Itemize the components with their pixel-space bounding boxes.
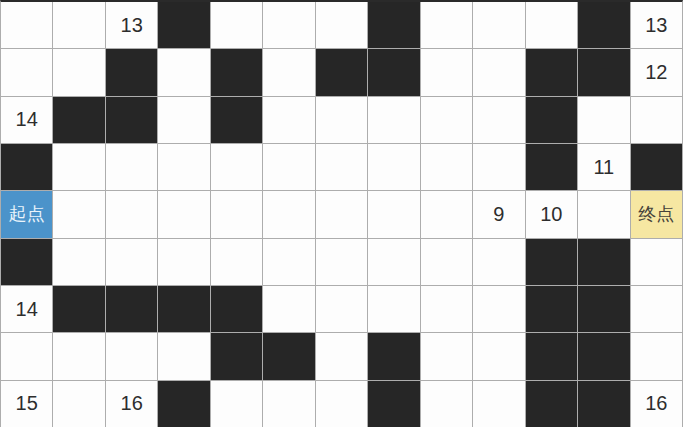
start-cell[interactable]: 起点 — [1, 191, 52, 237]
cell-r3c8[interactable] — [368, 97, 419, 143]
wall-r9c12 — [578, 381, 629, 427]
wall-r2c3 — [106, 49, 157, 95]
maze-board: 1313121411起点910终点14151616 — [0, 0, 683, 427]
wall-r8c12 — [578, 333, 629, 379]
cell-r9c6[interactable] — [263, 381, 314, 427]
cell-r3c13[interactable] — [631, 97, 682, 143]
wall-r2c11 — [526, 49, 577, 95]
cell-r9c5[interactable] — [211, 381, 262, 427]
cell-r3c7[interactable] — [316, 97, 367, 143]
cell-r5c12[interactable] — [578, 191, 629, 237]
cell-r4c8[interactable] — [368, 144, 419, 190]
wall-r4c13 — [631, 144, 682, 190]
number-cell-r1c3[interactable]: 13 — [106, 2, 157, 48]
cell-r6c2[interactable] — [53, 239, 104, 285]
cell-r7c6[interactable] — [263, 286, 314, 332]
cell-r1c9[interactable] — [421, 2, 472, 48]
cell-r6c8[interactable] — [368, 239, 419, 285]
number-cell-r1c13[interactable]: 13 — [631, 2, 682, 48]
wall-r7c12 — [578, 286, 629, 332]
wall-r3c3 — [106, 97, 157, 143]
wall-r8c6 — [263, 333, 314, 379]
cell-r4c7[interactable] — [316, 144, 367, 190]
number-cell-r9c13[interactable]: 16 — [631, 381, 682, 427]
cell-r1c6[interactable] — [263, 2, 314, 48]
number-cell-r9c3[interactable]: 16 — [106, 381, 157, 427]
wall-r2c5 — [211, 49, 262, 95]
wall-r6c1 — [1, 239, 52, 285]
cell-r4c10[interactable] — [473, 144, 524, 190]
cell-r5c8[interactable] — [368, 191, 419, 237]
cell-r5c5[interactable] — [211, 191, 262, 237]
cell-r2c4[interactable] — [158, 49, 209, 95]
cell-r5c9[interactable] — [421, 191, 472, 237]
cell-r7c8[interactable] — [368, 286, 419, 332]
cell-r4c5[interactable] — [211, 144, 262, 190]
wall-r7c3 — [106, 286, 157, 332]
cell-r4c3[interactable] — [106, 144, 157, 190]
cell-r8c13[interactable] — [631, 333, 682, 379]
cell-r9c10[interactable] — [473, 381, 524, 427]
cell-r9c2[interactable] — [53, 381, 104, 427]
cell-r9c7[interactable] — [316, 381, 367, 427]
cell-r8c9[interactable] — [421, 333, 472, 379]
cell-r1c2[interactable] — [53, 2, 104, 48]
wall-r3c11 — [526, 97, 577, 143]
cell-r3c6[interactable] — [263, 97, 314, 143]
wall-r7c5 — [211, 286, 262, 332]
wall-r2c12 — [578, 49, 629, 95]
cell-r6c13[interactable] — [631, 239, 682, 285]
number-cell-r5c11[interactable]: 10 — [526, 191, 577, 237]
number-cell-r7c1[interactable]: 14 — [1, 286, 52, 332]
cell-r5c2[interactable] — [53, 191, 104, 237]
cell-r3c10[interactable] — [473, 97, 524, 143]
cell-r2c6[interactable] — [263, 49, 314, 95]
end-cell[interactable]: 终点 — [631, 191, 682, 237]
cell-r1c1[interactable] — [1, 2, 52, 48]
wall-r6c11 — [526, 239, 577, 285]
cell-r8c4[interactable] — [158, 333, 209, 379]
wall-r4c11 — [526, 144, 577, 190]
cell-r6c4[interactable] — [158, 239, 209, 285]
cell-r8c7[interactable] — [316, 333, 367, 379]
cell-r1c11[interactable] — [526, 2, 577, 48]
cell-r6c5[interactable] — [211, 239, 262, 285]
cell-r2c2[interactable] — [53, 49, 104, 95]
cell-r3c12[interactable] — [578, 97, 629, 143]
cell-r7c13[interactable] — [631, 286, 682, 332]
number-cell-r5c10[interactable]: 9 — [473, 191, 524, 237]
wall-r3c2 — [53, 97, 104, 143]
cell-r6c10[interactable] — [473, 239, 524, 285]
cell-r3c4[interactable] — [158, 97, 209, 143]
cell-r5c7[interactable] — [316, 191, 367, 237]
cell-r8c10[interactable] — [473, 333, 524, 379]
cell-r1c10[interactable] — [473, 2, 524, 48]
wall-r3c5 — [211, 97, 262, 143]
cell-r8c2[interactable] — [53, 333, 104, 379]
wall-r7c11 — [526, 286, 577, 332]
cell-r2c1[interactable] — [1, 49, 52, 95]
maze-puzzle: 1313121411起点910终点14151616 — [0, 0, 683, 427]
cell-r5c4[interactable] — [158, 191, 209, 237]
cell-r6c7[interactable] — [316, 239, 367, 285]
wall-r8c8 — [368, 333, 419, 379]
cell-r7c9[interactable] — [421, 286, 472, 332]
cell-r5c6[interactable] — [263, 191, 314, 237]
wall-r1c8 — [368, 2, 419, 48]
number-cell-r3c1[interactable]: 14 — [1, 97, 52, 143]
cell-r2c9[interactable] — [421, 49, 472, 95]
wall-r1c4 — [158, 2, 209, 48]
wall-r9c8 — [368, 381, 419, 427]
cell-r9c9[interactable] — [421, 381, 472, 427]
cell-r7c10[interactable] — [473, 286, 524, 332]
number-cell-r2c13[interactable]: 12 — [631, 49, 682, 95]
cell-r4c4[interactable] — [158, 144, 209, 190]
wall-r4c1 — [1, 144, 52, 190]
cell-r4c9[interactable] — [421, 144, 472, 190]
cell-r6c3[interactable] — [106, 239, 157, 285]
cell-r2c10[interactable] — [473, 49, 524, 95]
cell-r1c7[interactable] — [316, 2, 367, 48]
wall-r7c2 — [53, 286, 104, 332]
cell-r8c3[interactable] — [106, 333, 157, 379]
cell-r5c3[interactable] — [106, 191, 157, 237]
cell-r4c6[interactable] — [263, 144, 314, 190]
wall-r8c5 — [211, 333, 262, 379]
wall-r7c4 — [158, 286, 209, 332]
cell-r6c6[interactable] — [263, 239, 314, 285]
wall-r8c11 — [526, 333, 577, 379]
wall-r6c12 — [578, 239, 629, 285]
wall-r2c7 — [316, 49, 367, 95]
wall-r9c4 — [158, 381, 209, 427]
cell-r3c9[interactable] — [421, 97, 472, 143]
cell-r1c5[interactable] — [211, 2, 262, 48]
number-cell-r9c1[interactable]: 15 — [1, 381, 52, 427]
number-cell-r4c12[interactable]: 11 — [578, 144, 629, 190]
wall-r9c11 — [526, 381, 577, 427]
cell-r7c7[interactable] — [316, 286, 367, 332]
wall-r1c12 — [578, 2, 629, 48]
wall-r2c8 — [368, 49, 419, 95]
cell-r4c2[interactable] — [53, 144, 104, 190]
cell-r6c9[interactable] — [421, 239, 472, 285]
cell-r8c1[interactable] — [1, 333, 52, 379]
